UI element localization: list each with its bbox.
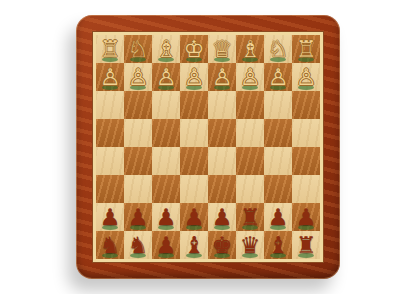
- square-f7[interactable]: ♟: [152, 203, 180, 231]
- square-a2[interactable]: ♙: [292, 63, 320, 91]
- square-h5[interactable]: [96, 147, 124, 175]
- square-d5[interactable]: [208, 147, 236, 175]
- white-bishop-f1: ♗: [156, 38, 177, 61]
- square-b6[interactable]: [264, 175, 292, 203]
- square-d1[interactable]: ♕: [208, 35, 236, 63]
- red-pawn-e7: ♟: [184, 206, 205, 229]
- square-a6[interactable]: [292, 175, 320, 203]
- square-b1[interactable]: ♘: [264, 35, 292, 63]
- square-e8[interactable]: ♝: [180, 231, 208, 259]
- white-pawn-e2: ♙: [184, 66, 205, 89]
- square-e3[interactable]: [180, 91, 208, 119]
- square-g2[interactable]: ♙: [124, 63, 152, 91]
- square-h1[interactable]: ♖: [96, 35, 124, 63]
- square-f6[interactable]: [152, 175, 180, 203]
- square-f3[interactable]: [152, 91, 180, 119]
- square-d4[interactable]: [208, 119, 236, 147]
- square-h3[interactable]: [96, 91, 124, 119]
- red-rook-a8: ♜: [296, 234, 317, 257]
- product-photo-scene: ♖♘♗♔♕♗♘♖♙♙♙♙♙♙♙♙♟♟♟♟♟♜♟♟♞♞♟♝♚♛♝♜: [0, 0, 416, 294]
- red-knight-g8: ♞: [128, 234, 149, 257]
- white-pawn-c2: ♙: [240, 66, 261, 89]
- board-frame: ♖♘♗♔♕♗♘♖♙♙♙♙♙♙♙♙♟♟♟♟♟♜♟♟♞♞♟♝♚♛♝♜: [76, 15, 340, 279]
- square-h7[interactable]: ♟: [96, 203, 124, 231]
- square-g4[interactable]: [124, 119, 152, 147]
- square-g8[interactable]: ♞: [124, 231, 152, 259]
- square-b3[interactable]: [264, 91, 292, 119]
- square-a3[interactable]: [292, 91, 320, 119]
- square-b2[interactable]: ♙: [264, 63, 292, 91]
- white-pawn-f2: ♙: [156, 66, 177, 89]
- square-g3[interactable]: [124, 91, 152, 119]
- red-queen-c8: ♛: [240, 234, 261, 257]
- white-pawn-b2: ♙: [268, 66, 289, 89]
- red-pawn-h7: ♟: [100, 206, 121, 229]
- square-e6[interactable]: [180, 175, 208, 203]
- square-b7[interactable]: ♟: [264, 203, 292, 231]
- square-d8[interactable]: ♚: [208, 231, 236, 259]
- square-f4[interactable]: [152, 119, 180, 147]
- square-f2[interactable]: ♙: [152, 63, 180, 91]
- square-a8[interactable]: ♜: [292, 231, 320, 259]
- square-e5[interactable]: [180, 147, 208, 175]
- board-border-line: ♖♘♗♔♕♗♘♖♙♙♙♙♙♙♙♙♟♟♟♟♟♜♟♟♞♞♟♝♚♛♝♜: [93, 32, 323, 262]
- square-c3[interactable]: [236, 91, 264, 119]
- square-d7[interactable]: ♟: [208, 203, 236, 231]
- square-d6[interactable]: [208, 175, 236, 203]
- square-g5[interactable]: [124, 147, 152, 175]
- red-pawn-g7: ♟: [128, 206, 149, 229]
- square-f1[interactable]: ♗: [152, 35, 180, 63]
- red-rook-c7: ♜: [240, 206, 261, 229]
- square-c4[interactable]: [236, 119, 264, 147]
- red-knight-h8: ♞: [100, 234, 121, 257]
- white-pawn-a2: ♙: [296, 66, 317, 89]
- square-c1[interactable]: ♗: [236, 35, 264, 63]
- chess-board: ♖♘♗♔♕♗♘♖♙♙♙♙♙♙♙♙♟♟♟♟♟♜♟♟♞♞♟♝♚♛♝♜: [96, 35, 320, 259]
- square-g6[interactable]: [124, 175, 152, 203]
- square-f8[interactable]: ♟: [152, 231, 180, 259]
- white-queen-d1: ♕: [212, 38, 233, 61]
- square-c6[interactable]: [236, 175, 264, 203]
- square-a1[interactable]: ♖: [292, 35, 320, 63]
- white-knight-b1: ♘: [268, 38, 289, 61]
- white-knight-g1: ♘: [128, 38, 149, 61]
- square-d3[interactable]: [208, 91, 236, 119]
- white-pawn-h2: ♙: [100, 66, 121, 89]
- square-g1[interactable]: ♘: [124, 35, 152, 63]
- square-h8[interactable]: ♞: [96, 231, 124, 259]
- square-a7[interactable]: ♟: [292, 203, 320, 231]
- white-rook-h1: ♖: [100, 38, 121, 61]
- white-pawn-g2: ♙: [128, 66, 149, 89]
- square-c7[interactable]: ♜: [236, 203, 264, 231]
- white-bishop-c1: ♗: [240, 38, 261, 61]
- red-pawn-a7: ♟: [296, 206, 317, 229]
- red-pawn-d7: ♟: [212, 206, 233, 229]
- square-c2[interactable]: ♙: [236, 63, 264, 91]
- square-h4[interactable]: [96, 119, 124, 147]
- square-c8[interactable]: ♛: [236, 231, 264, 259]
- square-h2[interactable]: ♙: [96, 63, 124, 91]
- square-e4[interactable]: [180, 119, 208, 147]
- red-king-d8: ♚: [212, 234, 233, 257]
- square-e1[interactable]: ♔: [180, 35, 208, 63]
- red-bishop-b8: ♝: [268, 234, 289, 257]
- square-b8[interactable]: ♝: [264, 231, 292, 259]
- red-pawn-f8: ♟: [156, 234, 177, 257]
- red-pawn-b7: ♟: [268, 206, 289, 229]
- square-c5[interactable]: [236, 147, 264, 175]
- square-h6[interactable]: [96, 175, 124, 203]
- square-g7[interactable]: ♟: [124, 203, 152, 231]
- square-b5[interactable]: [264, 147, 292, 175]
- square-a4[interactable]: [292, 119, 320, 147]
- square-b4[interactable]: [264, 119, 292, 147]
- red-bishop-e8: ♝: [184, 234, 205, 257]
- white-pawn-d2: ♙: [212, 66, 233, 89]
- white-rook-a1: ♖: [296, 38, 317, 61]
- red-pawn-f7: ♟: [156, 206, 177, 229]
- square-e2[interactable]: ♙: [180, 63, 208, 91]
- square-d2[interactable]: ♙: [208, 63, 236, 91]
- square-a5[interactable]: [292, 147, 320, 175]
- white-king-e1: ♔: [184, 38, 205, 61]
- square-f5[interactable]: [152, 147, 180, 175]
- square-e7[interactable]: ♟: [180, 203, 208, 231]
